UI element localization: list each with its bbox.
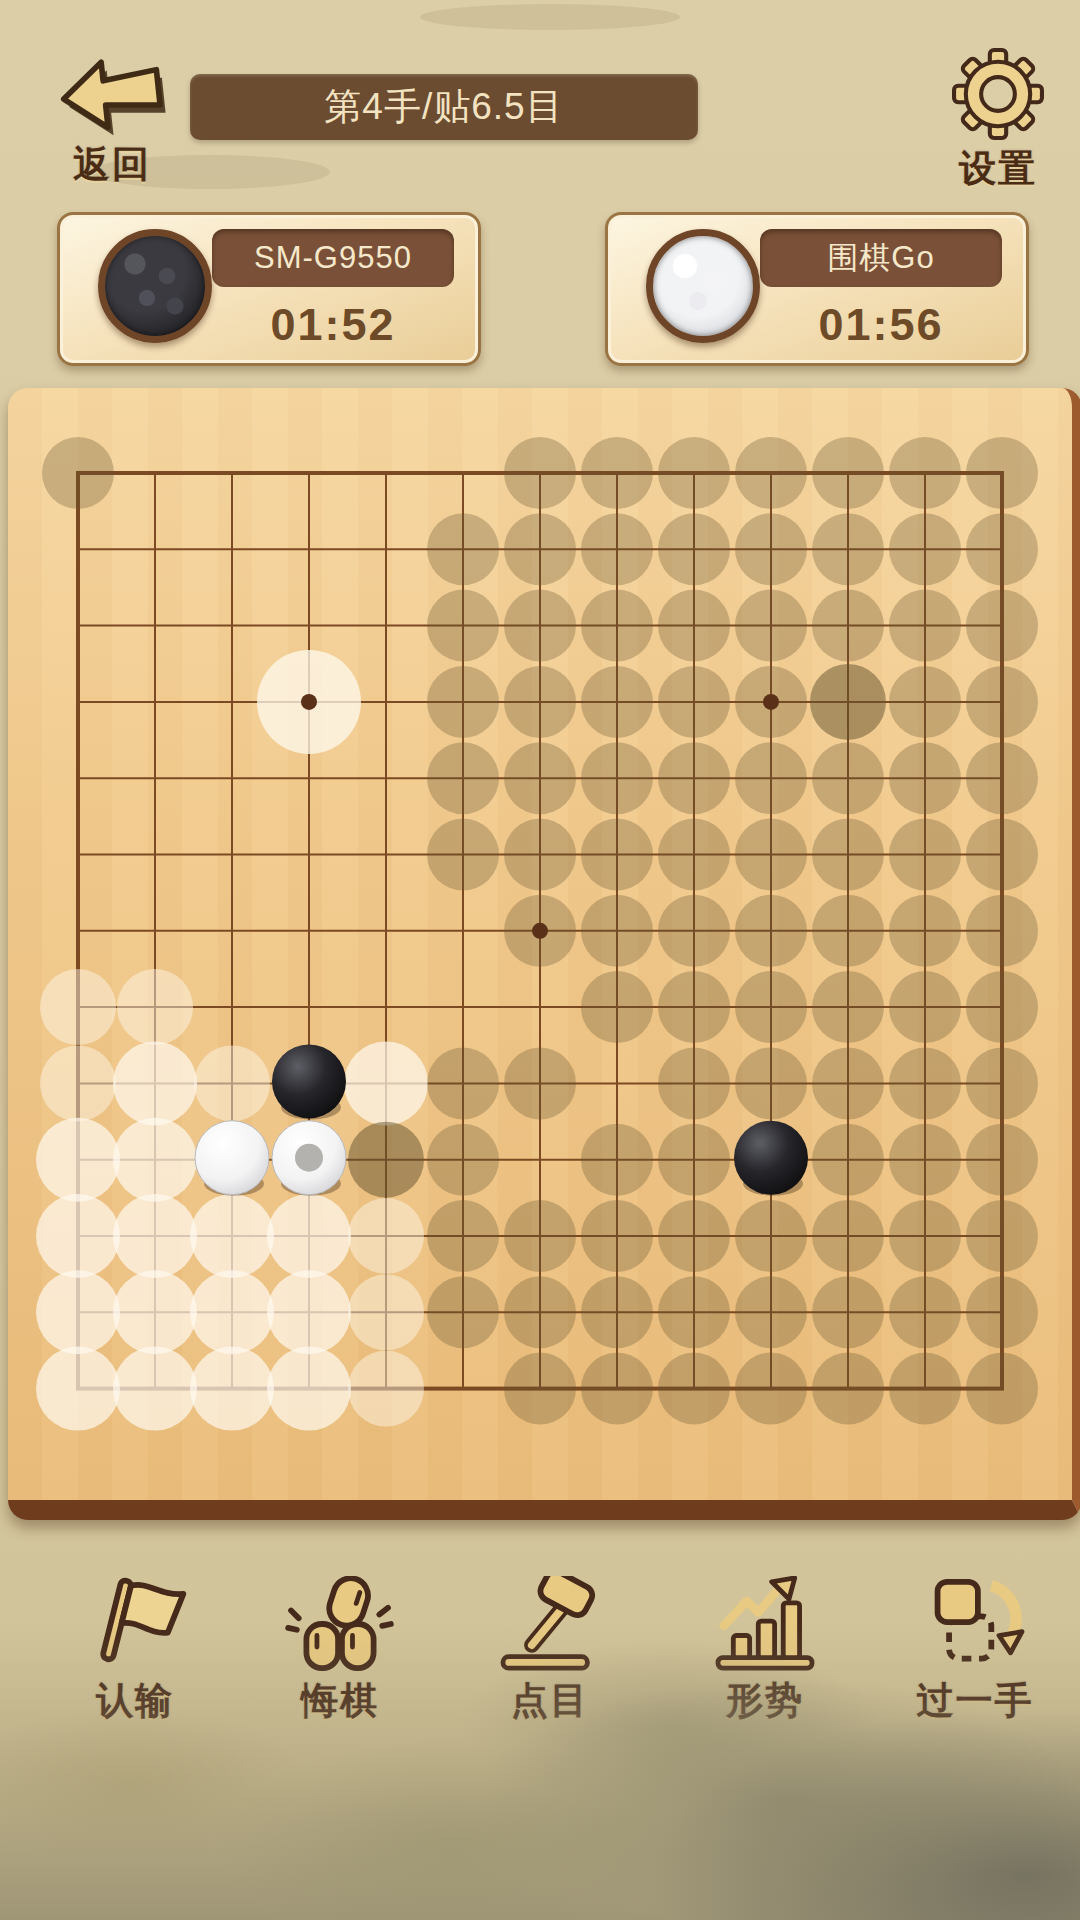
influence-marker <box>190 1194 274 1278</box>
influence-marker <box>966 819 1038 891</box>
pass-label: 过一手 <box>880 1676 1070 1726</box>
influence-marker <box>113 1347 197 1431</box>
influence-marker <box>40 1045 116 1121</box>
influence-marker <box>658 1124 730 1196</box>
resign-button[interactable]: 认输 <box>40 1576 230 1726</box>
influence-marker <box>810 664 886 740</box>
influence-marker <box>113 1041 197 1125</box>
influence-marker <box>658 513 730 585</box>
influence-marker <box>735 513 807 585</box>
undo-label: 悔棋 <box>245 1676 435 1726</box>
settings-label: 设置 <box>938 144 1058 194</box>
analysis-label: 形势 <box>670 1676 860 1726</box>
influence-marker <box>735 590 807 662</box>
influence-marker <box>581 666 653 738</box>
influence-marker <box>348 1351 424 1427</box>
influence-marker <box>966 971 1038 1043</box>
influence-marker <box>658 971 730 1043</box>
resign-label: 认输 <box>40 1676 230 1726</box>
influence-marker <box>658 819 730 891</box>
influence-marker <box>812 1124 884 1196</box>
influence-marker <box>735 1200 807 1272</box>
white-player-clock: 01:56 <box>760 297 1002 353</box>
count-button[interactable]: 点目 <box>455 1576 645 1726</box>
influence-marker <box>812 895 884 967</box>
influence-marker <box>889 1353 961 1425</box>
influence-marker <box>581 590 653 662</box>
influence-marker <box>504 513 576 585</box>
last-move-marker <box>295 1144 323 1172</box>
influence-marker <box>348 1274 424 1350</box>
influence-marker <box>889 513 961 585</box>
move-info-text: 第4手/贴6.5目 <box>324 82 563 132</box>
influence-marker <box>40 969 116 1045</box>
influence-marker <box>658 1276 730 1348</box>
black-stones-bowl-avatar <box>98 229 212 343</box>
influence-marker <box>812 819 884 891</box>
white-stones-bowl-avatar <box>646 229 760 343</box>
influence-marker <box>735 1353 807 1425</box>
influence-marker <box>735 819 807 891</box>
influence-marker <box>735 895 807 967</box>
influence-marker <box>812 513 884 585</box>
influence-marker <box>735 1047 807 1119</box>
influence-marker <box>966 1276 1038 1348</box>
count-label: 点目 <box>455 1676 645 1726</box>
influence-marker <box>504 742 576 814</box>
go-app-screen: { "game": "go", "app": { "back_label": "… <box>0 0 1080 1920</box>
influence-marker <box>190 1270 274 1354</box>
influence-marker <box>113 1194 197 1278</box>
influence-marker <box>504 1200 576 1272</box>
influence-marker <box>117 969 193 1045</box>
influence-marker <box>658 895 730 967</box>
influence-marker <box>812 1047 884 1119</box>
influence-marker <box>36 1347 120 1431</box>
influence-marker <box>581 1124 653 1196</box>
go-board-grid[interactable] <box>8 388 1062 1480</box>
influence-marker <box>812 590 884 662</box>
analysis-button[interactable]: 形势 <box>670 1576 860 1726</box>
star-point <box>532 923 548 939</box>
influence-marker <box>348 1198 424 1274</box>
influence-marker <box>504 1276 576 1348</box>
influence-marker <box>190 1347 274 1431</box>
influence-marker <box>427 1047 499 1119</box>
influence-marker <box>889 895 961 967</box>
settings-button[interactable]: 设置 <box>938 48 1058 194</box>
influence-marker <box>812 1353 884 1425</box>
influence-marker <box>658 1353 730 1425</box>
influence-marker <box>658 437 730 509</box>
go-board[interactable] <box>8 388 1080 1520</box>
influence-marker <box>427 742 499 814</box>
influence-marker <box>889 1047 961 1119</box>
influence-marker <box>36 1270 120 1354</box>
branch-decoration <box>420 4 680 30</box>
influence-marker <box>658 590 730 662</box>
back-button[interactable]: 返回 <box>52 52 172 190</box>
influence-marker <box>889 1200 961 1272</box>
influence-marker <box>427 1200 499 1272</box>
influence-marker <box>504 1353 576 1425</box>
influence-marker <box>504 666 576 738</box>
influence-marker <box>889 437 961 509</box>
influence-marker <box>966 513 1038 585</box>
influence-marker <box>427 590 499 662</box>
influence-marker <box>581 437 653 509</box>
black-stone <box>734 1121 808 1195</box>
star-point <box>763 694 779 710</box>
influence-marker <box>194 1045 270 1121</box>
influence-marker <box>581 895 653 967</box>
undo-button[interactable]: 悔棋 <box>245 1576 435 1726</box>
influence-marker <box>581 1276 653 1348</box>
pass-icon <box>880 1576 1070 1672</box>
influence-marker <box>889 666 961 738</box>
influence-marker <box>427 666 499 738</box>
influence-marker <box>658 742 730 814</box>
move-info-bar: 第4手/贴6.5目 <box>190 74 698 140</box>
influence-marker <box>581 819 653 891</box>
pass-button[interactable]: 过一手 <box>880 1576 1070 1726</box>
influence-marker <box>658 1047 730 1119</box>
influence-marker <box>113 1118 197 1202</box>
influence-marker <box>812 1276 884 1348</box>
influence-marker <box>267 1270 351 1354</box>
influence-marker <box>658 1200 730 1272</box>
influence-marker <box>966 1047 1038 1119</box>
influence-marker <box>966 590 1038 662</box>
influence-marker <box>812 437 884 509</box>
influence-marker <box>427 513 499 585</box>
influence-marker <box>812 971 884 1043</box>
star-point <box>301 694 317 710</box>
influence-marker <box>966 1353 1038 1425</box>
back-arrow-icon <box>56 52 168 136</box>
influence-marker <box>812 742 884 814</box>
influence-marker <box>735 971 807 1043</box>
influence-marker <box>966 666 1038 738</box>
black-player-clock: 01:52 <box>212 297 454 353</box>
white-flag-icon <box>40 1576 230 1672</box>
influence-marker <box>427 1276 499 1348</box>
influence-marker <box>889 742 961 814</box>
influence-marker <box>735 742 807 814</box>
influence-marker <box>267 1194 351 1278</box>
gavel-icon <box>455 1576 645 1672</box>
influence-marker <box>581 1200 653 1272</box>
influence-marker <box>581 971 653 1043</box>
influence-marker <box>427 819 499 891</box>
influence-marker <box>889 590 961 662</box>
influence-marker <box>427 1124 499 1196</box>
influence-marker <box>889 971 961 1043</box>
influence-marker <box>966 437 1038 509</box>
influence-marker <box>658 666 730 738</box>
influence-marker <box>966 742 1038 814</box>
trend-chart-icon <box>670 1576 860 1672</box>
influence-marker <box>735 437 807 509</box>
influence-marker <box>889 819 961 891</box>
influence-marker <box>889 1124 961 1196</box>
influence-marker <box>581 513 653 585</box>
white-player-name: 围棋Go <box>760 229 1002 287</box>
influence-marker <box>504 1047 576 1119</box>
influence-marker <box>36 1118 120 1202</box>
white-stone <box>195 1121 269 1195</box>
gear-icon <box>950 48 1046 140</box>
influence-marker <box>581 1353 653 1425</box>
influence-marker <box>504 819 576 891</box>
black-player-name: SM-G9550 <box>212 229 454 287</box>
influence-marker <box>581 742 653 814</box>
influence-marker <box>344 1041 428 1125</box>
influence-marker <box>966 1124 1038 1196</box>
back-label: 返回 <box>52 140 172 190</box>
influence-marker <box>966 1200 1038 1272</box>
influence-marker <box>36 1194 120 1278</box>
influence-marker <box>267 1347 351 1431</box>
influence-marker <box>504 590 576 662</box>
influence-marker <box>348 1122 424 1198</box>
influence-marker <box>889 1276 961 1348</box>
black-player-panel: SM-G9550 01:52 <box>57 212 481 366</box>
influence-marker <box>113 1270 197 1354</box>
white-player-panel: 围棋Go 01:56 <box>605 212 1029 366</box>
influence-marker <box>812 1200 884 1272</box>
influence-marker <box>42 437 114 509</box>
black-stone <box>272 1044 346 1118</box>
influence-marker <box>966 895 1038 967</box>
undo-stones-icon <box>245 1576 435 1672</box>
influence-marker <box>735 1276 807 1348</box>
influence-marker <box>504 437 576 509</box>
